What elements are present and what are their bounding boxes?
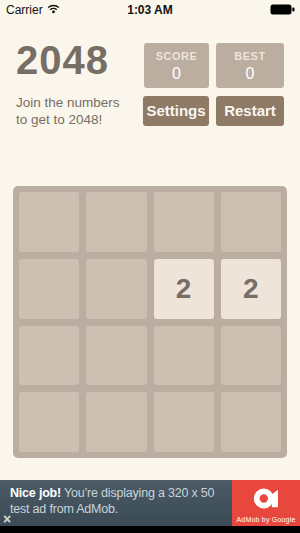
board-tile-2: 2 (221, 259, 281, 319)
battery-icon (270, 4, 295, 18)
board-cell-empty (19, 392, 79, 452)
board-cell-empty (221, 192, 281, 252)
board-cell-empty (86, 192, 146, 252)
board-cell-empty (154, 326, 214, 386)
status-bar: Carrier 1:03 AM (0, 0, 300, 20)
ad-body-line1: You’re displaying a 320 x 50 (64, 486, 214, 500)
subtitle: Join the numbers to get to 2048! (16, 94, 120, 128)
board-cell-empty (86, 326, 146, 386)
ad-close-button[interactable]: × (3, 512, 11, 526)
ad-text-panel: Nice job! You’re displaying a 320 x 50te… (0, 480, 232, 526)
ad-copy: Nice job! You’re displaying a 320 x 50te… (10, 485, 228, 517)
board-cell-empty (154, 392, 214, 452)
board-tile-2: 2 (154, 259, 214, 319)
ad-body-line2: test ad from AdMob. (10, 501, 228, 517)
board-cell-empty (19, 259, 79, 319)
best-value: 0 (216, 65, 284, 83)
subtitle-line2: to get to 2048! (16, 111, 120, 128)
game-board[interactable]: 22 (13, 186, 287, 458)
admob-logo-icon (253, 483, 280, 514)
subtitle-line1: Join the numbers (16, 94, 120, 111)
score-value: 0 (144, 65, 209, 83)
board-cell-empty (221, 392, 281, 452)
bottom-bar (0, 526, 300, 533)
score-label: SCORE (144, 50, 209, 62)
board-cell-empty (86, 259, 146, 319)
score-box: SCORE 0 (144, 43, 209, 88)
best-box: BEST 0 (216, 43, 284, 88)
ad-headline: Nice job! (10, 486, 61, 500)
board-cell-empty (221, 326, 281, 386)
status-right (270, 4, 295, 18)
board-cell-empty (154, 192, 214, 252)
settings-button[interactable]: Settings (143, 96, 209, 126)
admob-attribution: AdMob by Google (236, 516, 295, 523)
best-label: BEST (216, 50, 284, 62)
app-screen: Carrier 1:03 AM 2048 SCORE 0 BE (0, 0, 300, 533)
admob-panel: AdMob by Google (232, 480, 300, 526)
ad-banner[interactable]: Nice job! You’re displaying a 320 x 50te… (0, 480, 300, 526)
clock-label: 1:03 AM (0, 3, 300, 17)
board-cell-empty (86, 392, 146, 452)
restart-button[interactable]: Restart (216, 96, 284, 126)
board-cell-empty (19, 192, 79, 252)
board-cell-empty (19, 326, 79, 386)
page-title: 2048 (16, 40, 109, 80)
